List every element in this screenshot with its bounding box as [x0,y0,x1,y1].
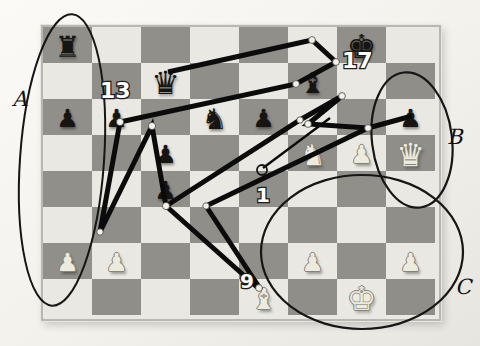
piece-black-pawn[interactable]: ♟ [141,137,190,173]
square-h3[interactable] [386,207,435,243]
square-f7[interactable]: ♝ [288,63,337,99]
square-d5[interactable] [190,135,239,171]
piece-white-bishop[interactable]: ♝ [239,281,288,317]
piece-white-king[interactable]: ♚ [337,281,386,317]
square-a7[interactable] [43,63,92,99]
square-b4[interactable] [92,171,141,207]
square-g2[interactable] [337,243,386,279]
square-g7[interactable] [337,63,386,99]
square-b7[interactable] [92,63,141,99]
piece-white-pawn[interactable]: ♟ [337,137,386,173]
piece-white-pawn[interactable]: ♟ [43,245,92,281]
square-d2[interactable] [190,243,239,279]
square-a2[interactable]: ♟ [43,243,92,279]
square-f4[interactable] [288,171,337,207]
piece-black-pawn[interactable]: ♟ [43,101,92,137]
square-c1[interactable] [141,279,190,315]
piece-black-pawn[interactable]: ♟ [92,101,141,137]
square-h1[interactable] [386,279,435,315]
square-e8[interactable] [239,27,288,63]
square-c6[interactable] [141,99,190,135]
square-e4[interactable] [239,171,288,207]
square-e6[interactable]: ♟ [239,99,288,135]
region-label-a: A [11,87,28,111]
square-c2[interactable] [141,243,190,279]
square-h7[interactable] [386,63,435,99]
square-b8[interactable] [92,27,141,63]
square-e3[interactable] [239,207,288,243]
square-d8[interactable] [190,27,239,63]
square-h5[interactable]: ♛ [386,135,435,171]
square-e1[interactable]: ♝ [239,279,288,315]
square-c7[interactable]: ♛ [141,63,190,99]
square-h8[interactable] [386,27,435,63]
square-g3[interactable] [337,207,386,243]
piece-white-pawn[interactable]: ♟ [386,245,435,281]
square-d1[interactable] [190,279,239,315]
square-f3[interactable] [288,207,337,243]
region-label-c: C [455,275,473,299]
piece-black-pawn[interactable]: ♟ [386,101,435,137]
piece-white-pawn[interactable]: ♟ [288,245,337,281]
square-g6[interactable] [337,99,386,135]
square-a3[interactable] [43,207,92,243]
square-a4[interactable] [43,171,92,207]
piece-black-rook[interactable]: ♜ [43,29,92,65]
square-c8[interactable] [141,27,190,63]
square-b2[interactable]: ♟ [92,243,141,279]
region-label-b: B [447,125,464,149]
piece-black-pawn[interactable]: ♟ [141,173,190,209]
square-g5[interactable]: ♟ [337,135,386,171]
square-f6[interactable] [288,99,337,135]
piece-black-knight[interactable]: ♞ [190,101,239,137]
piece-black-bishop[interactable]: ♝ [288,65,337,101]
square-d3[interactable] [190,207,239,243]
square-f5[interactable]: ♞ [288,135,337,171]
piece-black-pawn[interactable]: ♟ [239,101,288,137]
piece-white-knight[interactable]: ♞ [288,137,337,173]
square-g8[interactable]: ♚ [337,27,386,63]
chess-board: ♜♚♛♝♟♟♞♟♟♟♞♟♛♟♟♟♟♟♝♚ [43,27,435,315]
piece-black-king[interactable]: ♚ [337,29,386,65]
square-f8[interactable] [288,27,337,63]
square-g1[interactable]: ♚ [337,279,386,315]
square-d7[interactable] [190,63,239,99]
square-b6[interactable]: ♟ [92,99,141,135]
square-c5[interactable]: ♟ [141,135,190,171]
square-c3[interactable] [141,207,190,243]
square-d4[interactable] [190,171,239,207]
square-e5[interactable] [239,135,288,171]
piece-white-queen[interactable]: ♛ [386,137,435,173]
square-h2[interactable]: ♟ [386,243,435,279]
chessboard-photo: ♜♚♛♝♟♟♞♟♟♟♞♟♛♟♟♟♟♟♝♚ [0,0,480,346]
piece-white-pawn[interactable]: ♟ [92,245,141,281]
piece-black-queen[interactable]: ♛ [141,65,190,101]
square-a8[interactable]: ♜ [43,27,92,63]
square-c4[interactable]: ♟ [141,171,190,207]
square-g4[interactable] [337,171,386,207]
square-b3[interactable] [92,207,141,243]
square-a1[interactable] [43,279,92,315]
square-e7[interactable] [239,63,288,99]
square-f2[interactable]: ♟ [288,243,337,279]
square-b1[interactable] [92,279,141,315]
square-e2[interactable] [239,243,288,279]
square-a5[interactable] [43,135,92,171]
square-a6[interactable]: ♟ [43,99,92,135]
square-h6[interactable]: ♟ [386,99,435,135]
square-f1[interactable] [288,279,337,315]
square-h4[interactable] [386,171,435,207]
square-d6[interactable]: ♞ [190,99,239,135]
square-b5[interactable] [92,135,141,171]
